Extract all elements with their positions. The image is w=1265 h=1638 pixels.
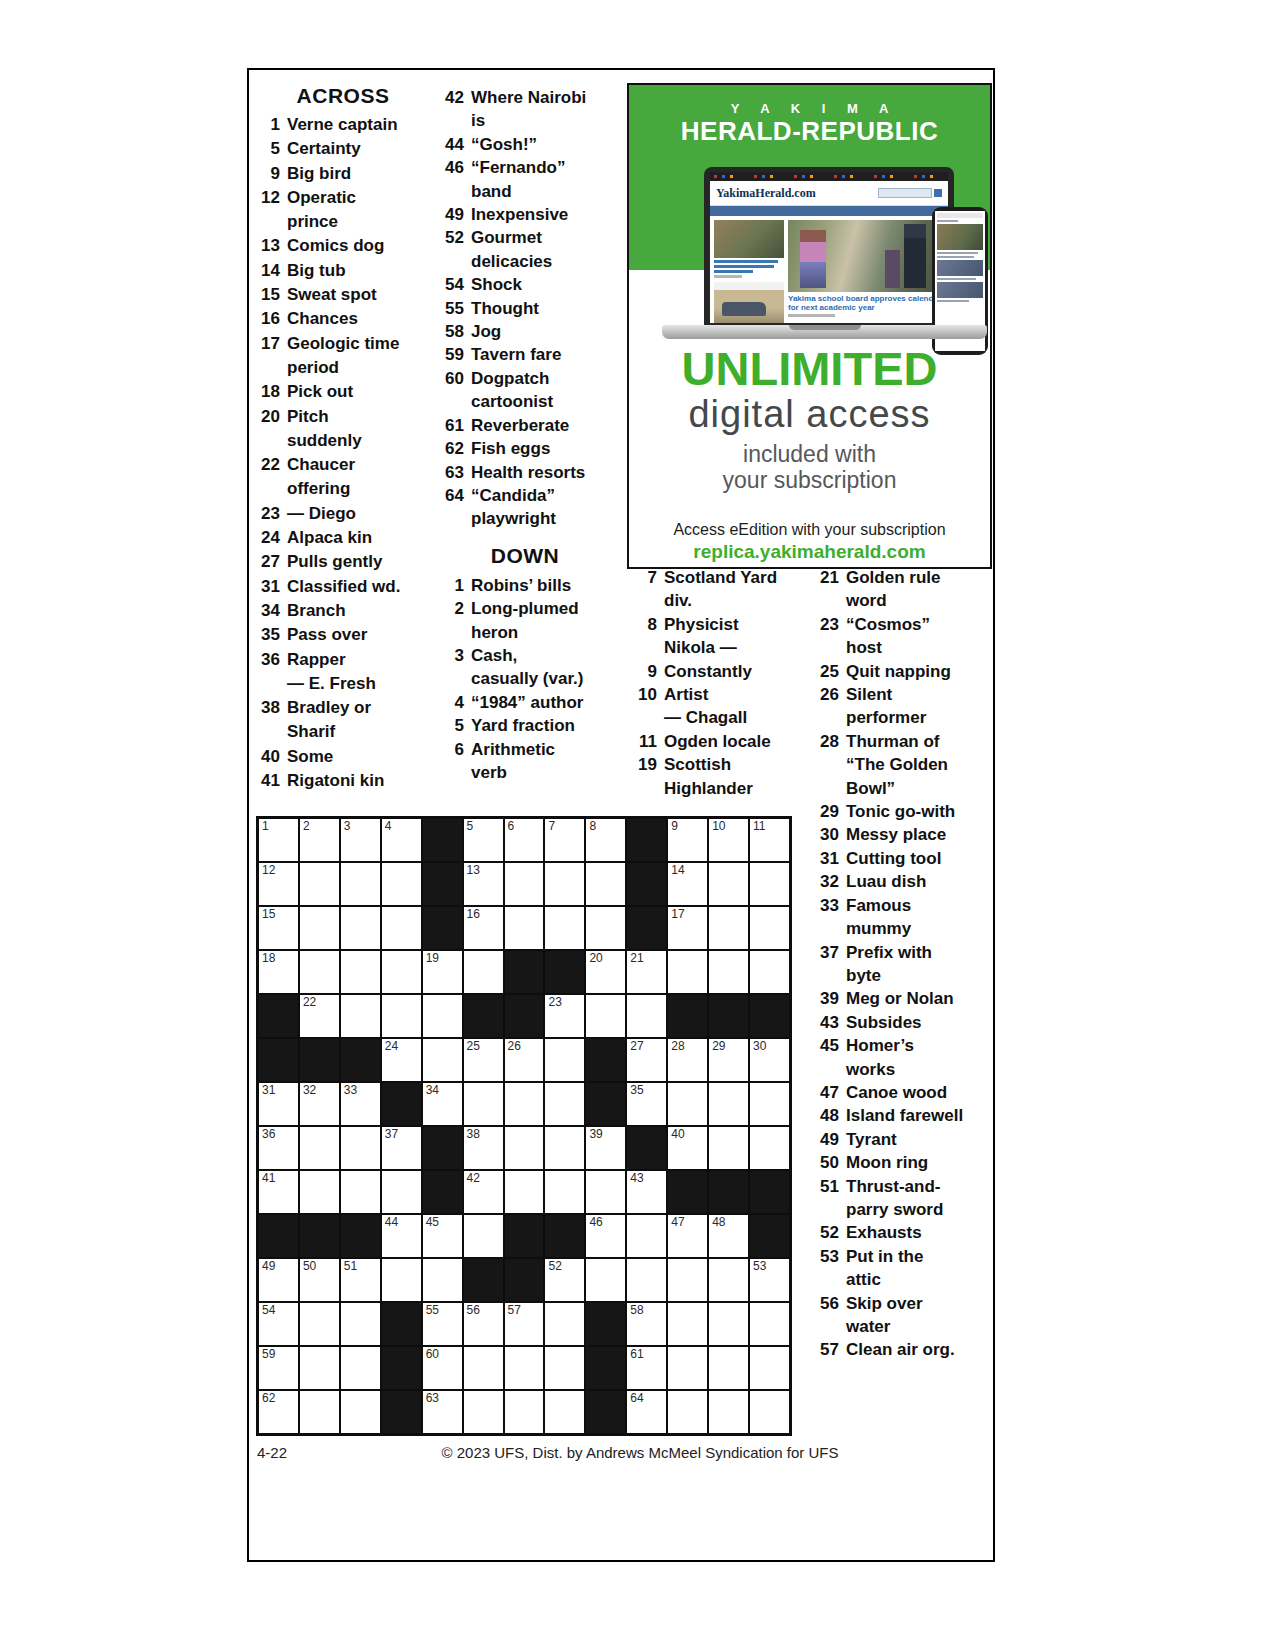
browser-bar bbox=[710, 172, 948, 181]
clue-text: Physicist Nikola — bbox=[664, 613, 739, 660]
clue-item: 51Thrust-and- parry sword bbox=[812, 1175, 992, 1222]
clue-item: 58Jog bbox=[437, 320, 623, 343]
clue-item: 5Yard fraction bbox=[437, 714, 623, 737]
news-headline: Yakima school board approves calendar fo… bbox=[788, 294, 944, 312]
grid-cell[interactable] bbox=[464, 951, 503, 993]
clue-number: 54 bbox=[437, 273, 464, 296]
clue-number: 47 bbox=[812, 1081, 839, 1104]
grid-cell[interactable]: 39 bbox=[586, 1127, 625, 1169]
ad-brand-name: HERALD-REPUBLIC bbox=[629, 116, 990, 147]
grid-cell-black bbox=[341, 1039, 380, 1081]
clue-item: 43Subsides bbox=[812, 1011, 992, 1034]
grid-cell[interactable] bbox=[750, 1127, 789, 1169]
grid-cell[interactable] bbox=[341, 1347, 380, 1389]
clue-item: 45Homer’s works bbox=[812, 1034, 992, 1081]
grid-cell[interactable] bbox=[545, 1303, 584, 1345]
grid-cell[interactable]: 56 bbox=[464, 1303, 503, 1345]
clue-item: 20Pitch suddenly bbox=[253, 405, 435, 454]
phone-text-bar bbox=[937, 220, 958, 222]
grid-cell[interactable]: 42 bbox=[464, 1171, 503, 1213]
grid-cell[interactable] bbox=[545, 1083, 584, 1125]
clue-text: “Candida” playwright bbox=[471, 484, 556, 531]
grid-cell[interactable]: 22 bbox=[300, 995, 339, 1037]
grid-cell[interactable]: 9 bbox=[668, 819, 707, 861]
grid-cell[interactable] bbox=[586, 1259, 625, 1301]
clue-item: 6Arithmetic verb bbox=[437, 738, 623, 785]
grid-cell-black bbox=[545, 951, 584, 993]
clue-item: 35Pass over bbox=[253, 623, 435, 647]
phone-photo bbox=[937, 260, 983, 276]
across-clues-column-1: 1Verne captain5Certainty9Big bird12Opera… bbox=[253, 113, 435, 793]
grid-cell-black bbox=[259, 1039, 298, 1081]
clue-item: 40Some bbox=[253, 745, 435, 769]
cell-number: 53 bbox=[753, 1260, 766, 1273]
grid-cell[interactable] bbox=[750, 1347, 789, 1389]
grid-cell[interactable]: 2 bbox=[300, 819, 339, 861]
cell-number: 17 bbox=[671, 908, 684, 921]
grid-cell[interactable]: 12 bbox=[259, 863, 298, 905]
clue-number: 5 bbox=[437, 714, 464, 737]
clue-number: 61 bbox=[437, 414, 464, 437]
clue-item: 29Tonic go-with bbox=[812, 800, 992, 823]
grid-cell[interactable]: 40 bbox=[668, 1127, 707, 1169]
news-photo-large bbox=[788, 220, 944, 292]
grid-cell[interactable]: 43 bbox=[627, 1171, 666, 1213]
clue-text: Moon ring bbox=[846, 1151, 928, 1174]
grid-cell[interactable]: 34 bbox=[423, 1083, 462, 1125]
grid-cell[interactable] bbox=[300, 1171, 339, 1213]
phone-text-bar bbox=[937, 300, 969, 302]
grid-cell[interactable] bbox=[709, 1347, 748, 1389]
grid-cell[interactable]: 58 bbox=[627, 1303, 666, 1345]
grid-cell[interactable]: 46 bbox=[586, 1215, 625, 1257]
grid-cell[interactable] bbox=[709, 951, 748, 993]
clue-item: 49Inexpensive bbox=[437, 203, 623, 226]
grid-cell[interactable]: 44 bbox=[382, 1215, 421, 1257]
cell-number: 34 bbox=[426, 1084, 439, 1097]
cell-number: 57 bbox=[508, 1304, 521, 1317]
clue-text: Comics dog bbox=[287, 234, 384, 258]
headline-bar bbox=[714, 265, 774, 268]
grid-cell[interactable]: 8 bbox=[586, 819, 625, 861]
cell-number: 11 bbox=[753, 820, 765, 833]
clue-number: 31 bbox=[253, 575, 280, 599]
clue-number: 14 bbox=[253, 259, 280, 283]
news-photo-small bbox=[714, 220, 784, 258]
grid-cell[interactable] bbox=[505, 1127, 544, 1169]
grid-cell[interactable] bbox=[627, 995, 666, 1037]
clue-text: Operatic prince bbox=[287, 186, 356, 235]
clue-number: 1 bbox=[437, 574, 464, 597]
clue-text: Skip over water bbox=[846, 1292, 923, 1339]
clue-text: Artist — Chagall bbox=[664, 683, 747, 730]
clue-number: 20 bbox=[253, 405, 280, 429]
grid-cell[interactable] bbox=[505, 1083, 544, 1125]
grid-cell[interactable] bbox=[382, 1259, 421, 1301]
clue-text: Dogpatch cartoonist bbox=[471, 367, 553, 414]
grid-cell[interactable] bbox=[668, 1083, 707, 1125]
clue-number: 13 bbox=[253, 234, 280, 258]
byline-bar bbox=[714, 275, 742, 278]
clue-number: 55 bbox=[437, 297, 464, 320]
clue-text: Bradley or Sharif bbox=[287, 696, 371, 745]
clue-number: 38 bbox=[253, 696, 280, 720]
cell-number: 14 bbox=[671, 864, 684, 877]
clue-number: 11 bbox=[630, 730, 657, 753]
phone-text-bar bbox=[937, 252, 978, 254]
clue-number: 23 bbox=[812, 613, 839, 636]
grid-cell[interactable]: 23 bbox=[545, 995, 584, 1037]
grid-cell[interactable] bbox=[423, 1259, 462, 1301]
grid-cell[interactable] bbox=[423, 1039, 462, 1081]
grid-cell[interactable] bbox=[545, 1127, 584, 1169]
grid-cell[interactable] bbox=[750, 863, 789, 905]
grid-cell[interactable] bbox=[668, 1303, 707, 1345]
crossword-page: ACROSS 1Verne captain5Certainty9Big bird… bbox=[0, 0, 1265, 1638]
grid-cell[interactable] bbox=[464, 1347, 503, 1389]
grid-cell[interactable] bbox=[382, 995, 421, 1037]
grid-cell-black bbox=[627, 863, 666, 905]
clue-text: Messy place bbox=[846, 823, 946, 846]
ad-headline: UNLIMITED bbox=[629, 341, 990, 396]
headline-bar bbox=[714, 260, 778, 263]
clue-number: 58 bbox=[437, 320, 464, 343]
clue-item: 22Chaucer offering bbox=[253, 453, 435, 502]
clue-text: Canoe wood bbox=[846, 1081, 947, 1104]
grid-cell[interactable] bbox=[668, 951, 707, 993]
cell-number: 9 bbox=[671, 820, 678, 833]
clue-number: 52 bbox=[812, 1221, 839, 1244]
grid-cell[interactable] bbox=[545, 907, 584, 949]
grid-cell[interactable]: 28 bbox=[668, 1039, 707, 1081]
grid-cell[interactable]: 24 bbox=[382, 1039, 421, 1081]
grid-cell[interactable]: 52 bbox=[545, 1259, 584, 1301]
grid-cell-black bbox=[586, 1083, 625, 1125]
clue-text: Chaucer offering bbox=[287, 453, 355, 502]
grid-cell[interactable] bbox=[750, 1083, 789, 1125]
grid-cell[interactable] bbox=[668, 1347, 707, 1389]
clue-number: 32 bbox=[812, 870, 839, 893]
grid-cell[interactable] bbox=[545, 1391, 584, 1433]
grid-cell[interactable] bbox=[505, 1171, 544, 1213]
clue-item: 57Clean air org. bbox=[812, 1338, 992, 1361]
grid-cell[interactable]: 6 bbox=[505, 819, 544, 861]
clue-number: 56 bbox=[812, 1292, 839, 1315]
grid-cell[interactable] bbox=[300, 907, 339, 949]
clue-number: 46 bbox=[437, 156, 464, 179]
clue-number: 52 bbox=[437, 226, 464, 249]
grid-cell-black bbox=[750, 995, 789, 1037]
grid-cell[interactable] bbox=[341, 951, 380, 993]
clue-number: 51 bbox=[812, 1175, 839, 1198]
grid-cell[interactable] bbox=[709, 1391, 748, 1433]
cell-number: 13 bbox=[467, 864, 480, 877]
grid-cell[interactable]: 38 bbox=[464, 1127, 503, 1169]
grid-cell[interactable] bbox=[464, 1215, 503, 1257]
grid-cell[interactable]: 15 bbox=[259, 907, 298, 949]
clue-number: 9 bbox=[630, 660, 657, 683]
cell-number: 47 bbox=[671, 1216, 684, 1229]
grid-cell[interactable] bbox=[382, 1171, 421, 1213]
grid-cell[interactable] bbox=[341, 863, 380, 905]
grid-cell[interactable] bbox=[668, 1259, 707, 1301]
cell-number: 29 bbox=[712, 1040, 725, 1053]
grid-cell[interactable]: 47 bbox=[668, 1215, 707, 1257]
grid-cell[interactable]: 5 bbox=[464, 819, 503, 861]
grid-cell[interactable]: 63 bbox=[423, 1391, 462, 1433]
grid-cell[interactable]: 48 bbox=[709, 1215, 748, 1257]
clue-number: 25 bbox=[812, 660, 839, 683]
grid-cell[interactable]: 53 bbox=[750, 1259, 789, 1301]
clue-item: 52Exhausts bbox=[812, 1221, 992, 1244]
grid-cell[interactable]: 50 bbox=[300, 1259, 339, 1301]
cell-number: 27 bbox=[630, 1040, 643, 1053]
grid-cell[interactable] bbox=[750, 907, 789, 949]
grid-cell[interactable] bbox=[341, 995, 380, 1037]
grid-cell[interactable]: 13 bbox=[464, 863, 503, 905]
grid-cell[interactable]: 41 bbox=[259, 1171, 298, 1213]
grid-cell[interactable] bbox=[382, 951, 421, 993]
grid-cell[interactable] bbox=[505, 907, 544, 949]
grid-cell[interactable] bbox=[505, 1347, 544, 1389]
cell-number: 3 bbox=[344, 820, 351, 833]
website-left-column bbox=[714, 220, 784, 323]
clue-item: 9Big bird bbox=[253, 162, 435, 186]
grid-cell[interactable]: 64 bbox=[627, 1391, 666, 1433]
grid-cell[interactable] bbox=[341, 907, 380, 949]
clue-item: 31Classified wd. bbox=[253, 575, 435, 599]
cell-number: 60 bbox=[426, 1348, 439, 1361]
grid-cell[interactable]: 61 bbox=[627, 1347, 666, 1389]
clue-number: 21 bbox=[812, 566, 839, 589]
grid-cell[interactable] bbox=[505, 863, 544, 905]
grid-cell[interactable] bbox=[545, 1039, 584, 1081]
grid-cell[interactable] bbox=[709, 907, 748, 949]
cell-number: 46 bbox=[589, 1216, 602, 1229]
grid-cell[interactable] bbox=[341, 1391, 380, 1433]
phone-header-bar bbox=[937, 213, 983, 218]
grid-cell[interactable]: 51 bbox=[341, 1259, 380, 1301]
grid-cell[interactable] bbox=[586, 907, 625, 949]
grid-cell[interactable] bbox=[545, 1171, 584, 1213]
clue-text: Subsides bbox=[846, 1011, 922, 1034]
clue-item: 46“Fernando” band bbox=[437, 156, 623, 203]
ad-included-text: included with your subscription bbox=[629, 441, 990, 493]
cell-number: 2 bbox=[303, 820, 310, 833]
grid-cell[interactable]: 4 bbox=[382, 819, 421, 861]
grid-cell[interactable] bbox=[709, 863, 748, 905]
grid-cell[interactable]: 21 bbox=[627, 951, 666, 993]
cell-number: 55 bbox=[426, 1304, 439, 1317]
clue-text: Golden rule word bbox=[846, 566, 940, 613]
clue-number: 17 bbox=[253, 332, 280, 356]
clue-item: 23— Diego bbox=[253, 502, 435, 526]
clue-text: Sweat spot bbox=[287, 283, 377, 307]
clue-text: Pass over bbox=[287, 623, 367, 647]
clue-number: 40 bbox=[253, 745, 280, 769]
grid-cell[interactable]: 3 bbox=[341, 819, 380, 861]
grid-cell[interactable] bbox=[300, 1391, 339, 1433]
grid-cell-black bbox=[627, 1127, 666, 1169]
grid-cell[interactable] bbox=[586, 995, 625, 1037]
grid-cell[interactable]: 32 bbox=[300, 1083, 339, 1125]
grid-cell[interactable] bbox=[750, 951, 789, 993]
clue-number: 62 bbox=[437, 437, 464, 460]
person-figure bbox=[800, 230, 826, 288]
grid-cell-black bbox=[259, 1215, 298, 1257]
clue-number: 15 bbox=[253, 283, 280, 307]
clue-text: Rigatoni kin bbox=[287, 769, 384, 793]
grid-cell[interactable] bbox=[627, 1215, 666, 1257]
grid-cell[interactable] bbox=[382, 907, 421, 949]
grid-cell[interactable] bbox=[709, 1083, 748, 1125]
grid-cell[interactable] bbox=[300, 1127, 339, 1169]
grid-cell[interactable] bbox=[750, 1391, 789, 1433]
grid-cell[interactable] bbox=[300, 951, 339, 993]
grid-cell[interactable]: 49 bbox=[259, 1259, 298, 1301]
grid-cell[interactable] bbox=[464, 1391, 503, 1433]
grid-cell[interactable] bbox=[300, 1347, 339, 1389]
website-masthead: YakimaHerald.com bbox=[710, 181, 948, 206]
grid-cell[interactable] bbox=[586, 1171, 625, 1213]
clue-text: Constantly bbox=[664, 660, 752, 683]
grid-cell[interactable] bbox=[627, 1259, 666, 1301]
grid-cell-black bbox=[423, 1127, 462, 1169]
grid-cell[interactable]: 37 bbox=[382, 1127, 421, 1169]
clue-item: 28Thurman of “The Golden Bowl” bbox=[812, 730, 992, 800]
clue-number: 45 bbox=[812, 1034, 839, 1057]
clue-number: 34 bbox=[253, 599, 280, 623]
clue-text: Thought bbox=[471, 297, 539, 320]
cell-number: 21 bbox=[630, 952, 643, 965]
clue-text: Gourmet delicacies bbox=[471, 226, 552, 273]
grid-cell-black bbox=[505, 1259, 544, 1301]
cell-number: 44 bbox=[385, 1216, 398, 1229]
clue-item: 1Verne captain bbox=[253, 113, 435, 137]
grid-cell[interactable] bbox=[709, 1127, 748, 1169]
clue-text: Cash, casually (var.) bbox=[471, 644, 583, 691]
grid-cell[interactable]: 19 bbox=[423, 951, 462, 993]
grid-cell[interactable]: 10 bbox=[709, 819, 748, 861]
clue-text: Cutting tool bbox=[846, 847, 941, 870]
grid-cell[interactable]: 33 bbox=[341, 1083, 380, 1125]
clue-text: Long-plumed heron bbox=[471, 597, 579, 644]
cell-number: 58 bbox=[630, 1304, 643, 1317]
clue-text: Yard fraction bbox=[471, 714, 575, 737]
clue-item: 59Tavern fare bbox=[437, 343, 623, 366]
clue-item: 14Big tub bbox=[253, 259, 435, 283]
clue-text: Shock bbox=[471, 273, 522, 296]
grid-cell[interactable] bbox=[505, 1391, 544, 1433]
grid-cell[interactable]: 11 bbox=[750, 819, 789, 861]
grid-cell[interactable]: 31 bbox=[259, 1083, 298, 1125]
clue-number: 28 bbox=[812, 730, 839, 753]
grid-cell[interactable] bbox=[300, 863, 339, 905]
clue-item: 62Fish eggs bbox=[437, 437, 623, 460]
grid-cell[interactable] bbox=[464, 1083, 503, 1125]
grid-cell[interactable] bbox=[709, 1259, 748, 1301]
grid-cell[interactable]: 59 bbox=[259, 1347, 298, 1389]
search-box bbox=[878, 188, 932, 198]
grid-cell[interactable]: 1 bbox=[259, 819, 298, 861]
grid-cell[interactable] bbox=[586, 863, 625, 905]
grid-cell[interactable]: 60 bbox=[423, 1347, 462, 1389]
grid-cell[interactable]: 54 bbox=[259, 1303, 298, 1345]
phone-photo bbox=[937, 224, 983, 250]
cell-number: 20 bbox=[589, 952, 602, 965]
grid-cell[interactable] bbox=[668, 1391, 707, 1433]
clue-item: 27Pulls gently bbox=[253, 550, 435, 574]
cell-number: 51 bbox=[344, 1260, 357, 1273]
grid-cell[interactable]: 27 bbox=[627, 1039, 666, 1081]
laptop-mockup: YakimaHerald.com bbox=[704, 167, 954, 327]
grid-cell[interactable]: 16 bbox=[464, 907, 503, 949]
clue-item: 44“Gosh!” bbox=[437, 133, 623, 156]
clue-text: Famous mummy bbox=[846, 894, 911, 941]
grid-cell[interactable]: 36 bbox=[259, 1127, 298, 1169]
grid-cell[interactable]: 17 bbox=[668, 907, 707, 949]
grid-cell[interactable]: 45 bbox=[423, 1215, 462, 1257]
grid-cell[interactable] bbox=[341, 1303, 380, 1345]
grid-cell[interactable]: 26 bbox=[505, 1039, 544, 1081]
ad-replica-url[interactable]: replica.yakimaherald.com bbox=[629, 541, 990, 563]
cell-number: 64 bbox=[630, 1392, 643, 1405]
clue-item: 1Robins’ bills bbox=[437, 574, 623, 597]
clue-item: 33Famous mummy bbox=[812, 894, 992, 941]
grid-cell-black bbox=[382, 1347, 421, 1389]
grid-cell[interactable] bbox=[341, 1127, 380, 1169]
grid-cell[interactable]: 55 bbox=[423, 1303, 462, 1345]
grid-cell-black bbox=[709, 995, 748, 1037]
clue-item: 30Messy place bbox=[812, 823, 992, 846]
phone-text-bar bbox=[937, 256, 974, 258]
grid-cell[interactable] bbox=[545, 1347, 584, 1389]
grid-cell[interactable]: 57 bbox=[505, 1303, 544, 1345]
cell-number: 6 bbox=[508, 820, 515, 833]
clue-number: 6 bbox=[437, 738, 464, 761]
grid-cell[interactable]: 35 bbox=[627, 1083, 666, 1125]
grid-cell[interactable]: 30 bbox=[750, 1039, 789, 1081]
grid-cell[interactable]: 20 bbox=[586, 951, 625, 993]
clue-item: 26Silent performer bbox=[812, 683, 992, 730]
grid-cell[interactable]: 7 bbox=[545, 819, 584, 861]
grid-cell[interactable] bbox=[300, 1303, 339, 1345]
grid-cell[interactable] bbox=[750, 1303, 789, 1345]
grid-cell[interactable]: 14 bbox=[668, 863, 707, 905]
grid-cell[interactable]: 29 bbox=[709, 1039, 748, 1081]
clue-item: 52Gourmet delicacies bbox=[437, 226, 623, 273]
clue-text: Tavern fare bbox=[471, 343, 561, 366]
cell-number: 7 bbox=[548, 820, 555, 833]
clue-number: 33 bbox=[812, 894, 839, 917]
clue-item: 39Meg or Nolan bbox=[812, 987, 992, 1010]
grid-cell[interactable] bbox=[423, 995, 462, 1037]
cell-number: 16 bbox=[467, 908, 480, 921]
grid-cell[interactable]: 25 bbox=[464, 1039, 503, 1081]
grid-cell-black bbox=[423, 819, 462, 861]
grid-cell[interactable] bbox=[382, 863, 421, 905]
grid-cell-black bbox=[505, 1215, 544, 1257]
clue-text: Exhausts bbox=[846, 1221, 922, 1244]
grid-cell[interactable] bbox=[709, 1303, 748, 1345]
grid-cell[interactable] bbox=[341, 1171, 380, 1213]
grid-cell[interactable]: 62 bbox=[259, 1391, 298, 1433]
grid-cell[interactable] bbox=[545, 863, 584, 905]
clue-text: Pulls gently bbox=[287, 550, 382, 574]
grid-cell[interactable]: 18 bbox=[259, 951, 298, 993]
grid-cell-black bbox=[300, 1215, 339, 1257]
cell-number: 35 bbox=[630, 1084, 643, 1097]
